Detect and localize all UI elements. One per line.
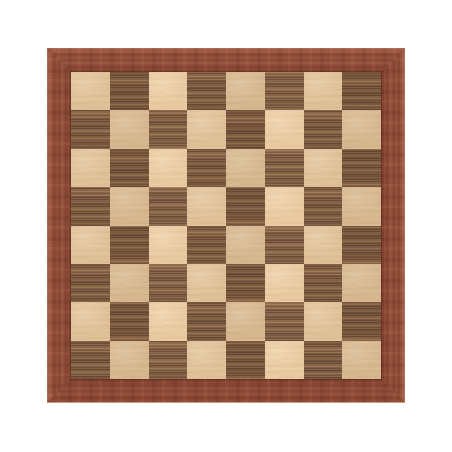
square-g6[interactable] (304, 149, 343, 187)
chess-board (47, 48, 405, 403)
board-frame-right (381, 48, 405, 403)
square-b7[interactable] (110, 110, 149, 148)
square-e4[interactable] (226, 226, 265, 264)
square-f4[interactable] (265, 226, 304, 264)
square-d4[interactable] (187, 226, 226, 264)
square-e5[interactable] (226, 187, 265, 225)
board-frame-left (47, 48, 71, 403)
square-h4[interactable] (342, 226, 381, 264)
board-frame-bottom (47, 379, 405, 403)
square-d7[interactable] (187, 110, 226, 148)
square-e1[interactable] (226, 341, 265, 379)
square-f8[interactable] (265, 72, 304, 110)
square-d6[interactable] (187, 149, 226, 187)
square-c7[interactable] (149, 110, 188, 148)
square-c6[interactable] (149, 149, 188, 187)
square-f3[interactable] (265, 264, 304, 302)
square-h6[interactable] (342, 149, 381, 187)
square-a6[interactable] (71, 149, 110, 187)
board-frame-top (47, 48, 405, 72)
square-b2[interactable] (110, 302, 149, 340)
square-h8[interactable] (342, 72, 381, 110)
square-g1[interactable] (304, 341, 343, 379)
square-b1[interactable] (110, 341, 149, 379)
square-c4[interactable] (149, 226, 188, 264)
square-f6[interactable] (265, 149, 304, 187)
square-a2[interactable] (71, 302, 110, 340)
board-squares-grid (71, 72, 381, 379)
square-f5[interactable] (265, 187, 304, 225)
square-c2[interactable] (149, 302, 188, 340)
square-b6[interactable] (110, 149, 149, 187)
square-b8[interactable] (110, 72, 149, 110)
square-e8[interactable] (226, 72, 265, 110)
square-c5[interactable] (149, 187, 188, 225)
square-b3[interactable] (110, 264, 149, 302)
square-g4[interactable] (304, 226, 343, 264)
square-h3[interactable] (342, 264, 381, 302)
square-h5[interactable] (342, 187, 381, 225)
square-h7[interactable] (342, 110, 381, 148)
square-c3[interactable] (149, 264, 188, 302)
square-e7[interactable] (226, 110, 265, 148)
square-e3[interactable] (226, 264, 265, 302)
square-a1[interactable] (71, 341, 110, 379)
square-f1[interactable] (265, 341, 304, 379)
square-g2[interactable] (304, 302, 343, 340)
square-d8[interactable] (187, 72, 226, 110)
square-h1[interactable] (342, 341, 381, 379)
square-g5[interactable] (304, 187, 343, 225)
square-a8[interactable] (71, 72, 110, 110)
square-f2[interactable] (265, 302, 304, 340)
square-g8[interactable] (304, 72, 343, 110)
square-a3[interactable] (71, 264, 110, 302)
square-h2[interactable] (342, 302, 381, 340)
square-d2[interactable] (187, 302, 226, 340)
square-e6[interactable] (226, 149, 265, 187)
square-g3[interactable] (304, 264, 343, 302)
square-d1[interactable] (187, 341, 226, 379)
square-a4[interactable] (71, 226, 110, 264)
square-b4[interactable] (110, 226, 149, 264)
square-a7[interactable] (71, 110, 110, 148)
square-c1[interactable] (149, 341, 188, 379)
square-g7[interactable] (304, 110, 343, 148)
square-a5[interactable] (71, 187, 110, 225)
square-c8[interactable] (149, 72, 188, 110)
square-e2[interactable] (226, 302, 265, 340)
photo-background (0, 0, 452, 452)
square-d5[interactable] (187, 187, 226, 225)
square-b5[interactable] (110, 187, 149, 225)
square-f7[interactable] (265, 110, 304, 148)
square-d3[interactable] (187, 264, 226, 302)
